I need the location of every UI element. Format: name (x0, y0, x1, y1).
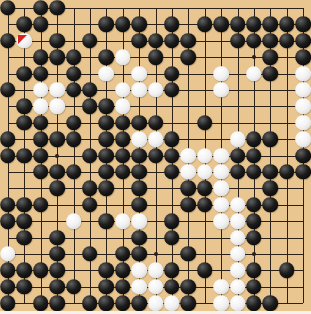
black-stone (246, 164, 262, 180)
black-stone (180, 295, 196, 311)
black-stone (131, 115, 147, 131)
black-stone (49, 164, 65, 180)
black-stone (279, 33, 295, 49)
black-stone (16, 279, 32, 295)
white-stone (295, 82, 311, 98)
black-stone (164, 230, 180, 246)
black-stone (295, 16, 311, 32)
black-stone (98, 262, 114, 278)
black-stone (262, 33, 278, 49)
black-stone (66, 115, 82, 131)
black-stone (66, 49, 82, 65)
black-stone (33, 295, 49, 311)
white-stone (49, 82, 65, 98)
black-stone (98, 49, 114, 65)
black-stone (197, 262, 213, 278)
black-stone (66, 279, 82, 295)
go-board[interactable] (0, 0, 311, 311)
black-stone (180, 180, 196, 196)
black-stone (115, 246, 131, 262)
star-point (252, 55, 256, 59)
white-stone (180, 164, 196, 180)
white-stone (295, 131, 311, 147)
black-stone (246, 295, 262, 311)
white-stone (213, 164, 229, 180)
star-point (252, 252, 256, 256)
black-stone (131, 230, 147, 246)
black-stone (164, 131, 180, 147)
black-stone (82, 98, 98, 114)
black-stone (262, 49, 278, 65)
black-stone (180, 197, 196, 213)
black-stone (82, 246, 98, 262)
black-stone (115, 279, 131, 295)
black-stone (262, 16, 278, 32)
black-stone (197, 180, 213, 196)
white-stone (213, 82, 229, 98)
black-stone (246, 131, 262, 147)
black-stone (279, 262, 295, 278)
black-stone (0, 295, 16, 311)
black-stone (180, 279, 196, 295)
black-stone (33, 148, 49, 164)
white-stone (230, 279, 246, 295)
black-stone (98, 279, 114, 295)
white-stone (131, 82, 147, 98)
white-stone (246, 66, 262, 82)
black-stone (49, 230, 65, 246)
white-stone (33, 82, 49, 98)
black-stone (16, 98, 32, 114)
black-stone (0, 262, 16, 278)
black-stone (0, 0, 16, 16)
black-stone (82, 148, 98, 164)
black-stone (164, 33, 180, 49)
black-stone (0, 148, 16, 164)
black-stone (98, 115, 114, 131)
black-stone (16, 262, 32, 278)
black-stone (197, 16, 213, 32)
black-stone (197, 115, 213, 131)
black-stone (131, 295, 147, 311)
black-stone (164, 279, 180, 295)
black-stone (164, 16, 180, 32)
black-stone (49, 180, 65, 196)
black-stone (49, 246, 65, 262)
black-stone (66, 164, 82, 180)
black-stone (0, 213, 16, 229)
black-stone (262, 66, 278, 82)
black-stone (279, 164, 295, 180)
black-stone (16, 16, 32, 32)
black-stone (33, 0, 49, 16)
black-stone (230, 148, 246, 164)
white-stone (213, 197, 229, 213)
black-stone (115, 295, 131, 311)
black-stone (98, 148, 114, 164)
black-stone (246, 279, 262, 295)
star-point (154, 252, 158, 256)
black-stone (98, 164, 114, 180)
black-stone (295, 49, 311, 65)
black-stone (115, 148, 131, 164)
white-stone (131, 66, 147, 82)
black-stone (148, 115, 164, 131)
black-stone (246, 230, 262, 246)
white-stone (148, 279, 164, 295)
black-stone (131, 33, 147, 49)
black-stone (0, 33, 16, 49)
black-stone (33, 197, 49, 213)
black-stone (131, 148, 147, 164)
black-stone (82, 82, 98, 98)
black-stone (295, 33, 311, 49)
white-stone (230, 213, 246, 229)
black-stone (164, 66, 180, 82)
black-stone (98, 213, 114, 229)
black-stone (164, 213, 180, 229)
white-stone (197, 148, 213, 164)
black-stone (115, 262, 131, 278)
white-stone (213, 180, 229, 196)
white-stone (131, 213, 147, 229)
white-stone (180, 148, 196, 164)
black-stone (115, 164, 131, 180)
black-stone (0, 82, 16, 98)
white-stone (213, 279, 229, 295)
white-stone (213, 295, 229, 311)
grid-line-vertical (287, 8, 288, 303)
star-point (55, 154, 59, 158)
black-stone (16, 148, 32, 164)
black-stone (148, 148, 164, 164)
black-stone (246, 197, 262, 213)
black-stone (262, 180, 278, 196)
black-stone (262, 164, 278, 180)
white-stone (33, 98, 49, 114)
black-stone (49, 262, 65, 278)
white-stone (148, 131, 164, 147)
black-stone (213, 16, 229, 32)
black-stone (98, 131, 114, 147)
white-stone (98, 66, 114, 82)
black-stone (148, 49, 164, 65)
black-stone (246, 262, 262, 278)
white-stone (148, 295, 164, 311)
black-stone (164, 82, 180, 98)
black-stone (115, 16, 131, 32)
black-stone (98, 295, 114, 311)
black-stone (131, 197, 147, 213)
black-stone (0, 131, 16, 147)
black-stone (16, 213, 32, 229)
black-stone (98, 98, 114, 114)
black-stone (66, 82, 82, 98)
white-stone (230, 131, 246, 147)
black-stone (82, 295, 98, 311)
black-stone (115, 115, 131, 131)
black-stone (33, 164, 49, 180)
black-stone (49, 131, 65, 147)
black-stone (246, 213, 262, 229)
black-stone (16, 197, 32, 213)
black-stone (115, 131, 131, 147)
black-stone (33, 262, 49, 278)
last-move-marker (18, 35, 27, 44)
white-stone (131, 131, 147, 147)
black-stone (16, 115, 32, 131)
white-stone (115, 49, 131, 65)
black-stone (246, 33, 262, 49)
black-stone (180, 246, 196, 262)
black-stone (246, 148, 262, 164)
white-stone (66, 213, 82, 229)
black-stone (262, 131, 278, 147)
black-stone (131, 164, 147, 180)
black-stone (246, 16, 262, 32)
white-stone (148, 82, 164, 98)
black-stone (230, 164, 246, 180)
white-stone (213, 148, 229, 164)
black-stone (197, 197, 213, 213)
black-stone (180, 33, 196, 49)
white-stone (230, 230, 246, 246)
black-stone (164, 262, 180, 278)
white-stone (0, 246, 16, 262)
black-stone (16, 66, 32, 82)
white-stone (230, 295, 246, 311)
black-stone (230, 16, 246, 32)
black-stone (49, 33, 65, 49)
black-stone (16, 230, 32, 246)
white-stone (115, 98, 131, 114)
black-stone (98, 180, 114, 196)
black-stone (164, 164, 180, 180)
black-stone (66, 66, 82, 82)
white-stone (213, 213, 229, 229)
black-stone (295, 148, 311, 164)
black-stone (82, 197, 98, 213)
black-stone (230, 33, 246, 49)
black-stone (262, 197, 278, 213)
white-stone (115, 82, 131, 98)
black-stone (0, 279, 16, 295)
white-stone (148, 262, 164, 278)
white-stone (230, 197, 246, 213)
black-stone (66, 131, 82, 147)
black-stone (82, 180, 98, 196)
black-stone (295, 164, 311, 180)
black-stone (49, 0, 65, 16)
black-stone (262, 295, 278, 311)
black-stone (49, 295, 65, 311)
black-stone (180, 49, 196, 65)
white-stone (295, 98, 311, 114)
black-stone (33, 49, 49, 65)
black-stone (49, 49, 65, 65)
white-stone (164, 295, 180, 311)
white-stone (295, 66, 311, 82)
black-stone (82, 33, 98, 49)
black-stone (164, 148, 180, 164)
black-stone (33, 131, 49, 147)
black-stone (33, 66, 49, 82)
black-stone (33, 16, 49, 32)
black-stone (131, 180, 147, 196)
black-stone (98, 16, 114, 32)
black-stone (33, 115, 49, 131)
white-stone (197, 164, 213, 180)
black-stone (49, 279, 65, 295)
white-stone (295, 115, 311, 131)
black-stone (279, 16, 295, 32)
white-stone (230, 262, 246, 278)
black-stone (131, 16, 147, 32)
white-stone (115, 213, 131, 229)
white-stone (213, 66, 229, 82)
white-stone (49, 98, 65, 114)
black-stone (131, 246, 147, 262)
black-stone (148, 33, 164, 49)
black-stone (0, 197, 16, 213)
white-stone (131, 262, 147, 278)
white-stone (131, 279, 147, 295)
white-stone (230, 246, 246, 262)
